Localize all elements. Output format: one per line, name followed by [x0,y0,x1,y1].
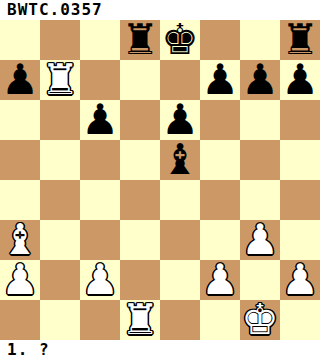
square-a1[interactable] [0,300,40,340]
black-pawn[interactable]: ♟ [241,59,279,101]
square-c1[interactable] [80,300,120,340]
white-rook[interactable]: ♜ [41,59,79,101]
square-e7[interactable] [160,60,200,100]
square-f1[interactable] [200,300,240,340]
white-pawn[interactable]: ♟ [201,259,239,301]
square-h2[interactable]: ♟ [280,260,320,300]
square-d7[interactable] [120,60,160,100]
square-e5[interactable]: ♝ [160,140,200,180]
square-f6[interactable] [200,100,240,140]
black-rook[interactable]: ♜ [121,19,159,61]
square-a7[interactable]: ♟ [0,60,40,100]
square-c3[interactable] [80,220,120,260]
square-h6[interactable] [280,100,320,140]
black-pawn[interactable]: ♟ [201,59,239,101]
square-d6[interactable] [120,100,160,140]
square-a4[interactable] [0,180,40,220]
square-b8[interactable] [40,20,80,60]
white-king[interactable]: ♚ [241,299,279,341]
square-g3[interactable]: ♟ [240,220,280,260]
square-g7[interactable]: ♟ [240,60,280,100]
square-h4[interactable] [280,180,320,220]
black-bishop[interactable]: ♝ [161,139,199,181]
white-pawn[interactable]: ♟ [241,219,279,261]
square-e4[interactable] [160,180,200,220]
square-h3[interactable] [280,220,320,260]
square-d4[interactable] [120,180,160,220]
square-d2[interactable] [120,260,160,300]
square-e3[interactable] [160,220,200,260]
square-h8[interactable]: ♜ [280,20,320,60]
square-h5[interactable] [280,140,320,180]
square-b5[interactable] [40,140,80,180]
square-e8[interactable]: ♚ [160,20,200,60]
square-e1[interactable] [160,300,200,340]
square-d1[interactable]: ♜ [120,300,160,340]
square-b3[interactable] [40,220,80,260]
square-f2[interactable]: ♟ [200,260,240,300]
square-h7[interactable]: ♟ [280,60,320,100]
square-c6[interactable]: ♟ [80,100,120,140]
square-g8[interactable] [240,20,280,60]
square-b6[interactable] [40,100,80,140]
square-e6[interactable]: ♟ [160,100,200,140]
square-c8[interactable] [80,20,120,60]
square-g2[interactable] [240,260,280,300]
square-f3[interactable] [200,220,240,260]
square-b7[interactable]: ♜ [40,60,80,100]
square-g5[interactable] [240,140,280,180]
square-h1[interactable] [280,300,320,340]
puzzle-id: BWTC.0357 [0,0,320,20]
square-f5[interactable] [200,140,240,180]
square-c7[interactable] [80,60,120,100]
white-pawn[interactable]: ♟ [1,259,39,301]
square-c2[interactable]: ♟ [80,260,120,300]
square-b1[interactable] [40,300,80,340]
square-b2[interactable] [40,260,80,300]
square-g6[interactable] [240,100,280,140]
black-king[interactable]: ♚ [161,19,199,61]
white-pawn[interactable]: ♟ [81,259,119,301]
square-c4[interactable] [80,180,120,220]
black-pawn[interactable]: ♟ [281,59,319,101]
black-pawn[interactable]: ♟ [1,59,39,101]
square-g4[interactable] [240,180,280,220]
square-d8[interactable]: ♜ [120,20,160,60]
square-d3[interactable] [120,220,160,260]
square-e2[interactable] [160,260,200,300]
square-a3[interactable]: ♝ [0,220,40,260]
square-f4[interactable] [200,180,240,220]
square-d5[interactable] [120,140,160,180]
square-c5[interactable] [80,140,120,180]
square-a2[interactable]: ♟ [0,260,40,300]
square-f8[interactable] [200,20,240,60]
square-a6[interactable] [0,100,40,140]
square-a8[interactable] [0,20,40,60]
white-rook[interactable]: ♜ [121,299,159,341]
square-g1[interactable]: ♚ [240,300,280,340]
black-pawn[interactable]: ♟ [81,99,119,141]
square-a5[interactable] [0,140,40,180]
square-b4[interactable] [40,180,80,220]
white-pawn[interactable]: ♟ [281,259,319,301]
chess-board: ♜♚♜♟♜♟♟♟♟♟♝♝♟♟♟♟♟♜♚ [0,20,320,340]
square-f7[interactable]: ♟ [200,60,240,100]
